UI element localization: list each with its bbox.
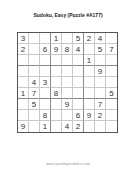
sudoku-cell	[51, 77, 62, 88]
sudoku-cell	[40, 33, 51, 44]
sudoku-cell	[40, 66, 51, 77]
sudoku-cell: 5	[106, 88, 117, 99]
sudoku-cell: 9	[84, 110, 95, 121]
sudoku-cell: 6	[73, 110, 84, 121]
sudoku-cell	[51, 55, 62, 66]
sudoku-cell	[29, 121, 40, 132]
sudoku-cell	[18, 110, 29, 121]
sudoku-cell	[95, 55, 106, 66]
sudoku-cell: 9	[18, 121, 29, 132]
sudoku-cell	[106, 99, 117, 110]
sudoku-cell: 9	[51, 44, 62, 55]
sudoku-cell	[84, 66, 95, 77]
sudoku-cell: 8	[51, 88, 62, 99]
sudoku-cell	[40, 55, 51, 66]
sudoku-cell	[29, 44, 40, 55]
sudoku-cell: 4	[29, 77, 40, 88]
sudoku-cell	[18, 55, 29, 66]
sudoku-cell: 7	[29, 88, 40, 99]
sudoku-cell	[84, 77, 95, 88]
printable-sudoku-page: { "game": "sudoku", "position": "3..1.52…	[0, 0, 136, 176]
sudoku-cell	[29, 110, 40, 121]
sudoku-cell: 2	[95, 110, 106, 121]
sudoku-cell: 2	[73, 121, 84, 132]
sudoku-cell	[73, 77, 84, 88]
sudoku-cell: 1	[40, 121, 51, 132]
sudoku-cell: 4	[62, 121, 73, 132]
sudoku-cell	[62, 33, 73, 44]
sudoku-cell: 5	[73, 33, 84, 44]
sudoku-cell	[18, 99, 29, 110]
sudoku-cell: 4	[95, 33, 106, 44]
sudoku-cell	[95, 77, 106, 88]
sudoku-cell	[51, 66, 62, 77]
sudoku-cell	[29, 66, 40, 77]
sudoku-cell	[84, 99, 95, 110]
sudoku-cell	[73, 99, 84, 110]
sudoku-cell	[106, 66, 117, 77]
sudoku-cell	[62, 66, 73, 77]
sudoku-cell	[29, 55, 40, 66]
sudoku-cell: 7	[106, 44, 117, 55]
sudoku-cell	[106, 77, 117, 88]
sudoku-cell: 5	[29, 99, 40, 110]
sudoku-cell	[51, 99, 62, 110]
sudoku-cell	[62, 77, 73, 88]
sudoku-cell	[73, 66, 84, 77]
sudoku-cell: 2	[18, 44, 29, 55]
sudoku-cell	[18, 77, 29, 88]
sudoku-cell	[106, 110, 117, 121]
sudoku-cell: 6	[40, 44, 51, 55]
sudoku-cell: 4	[73, 44, 84, 55]
sudoku-cell	[73, 88, 84, 99]
sudoku-cell	[62, 88, 73, 99]
sudoku-cell	[73, 55, 84, 66]
sudoku-grid: 3152426984571943178559786929142	[17, 32, 118, 133]
sudoku-cell	[62, 110, 73, 121]
sudoku-cell	[51, 110, 62, 121]
sudoku-cell	[40, 88, 51, 99]
sudoku-cell	[29, 33, 40, 44]
sudoku-cell: 9	[62, 99, 73, 110]
page-title: Sudoku, Easy (Puzzle #A177)	[0, 12, 136, 18]
page-footer-url: www.printmysudoku.com	[0, 161, 136, 166]
sudoku-cell	[62, 55, 73, 66]
sudoku-cell: 8	[62, 44, 73, 55]
sudoku-cell: 1	[51, 33, 62, 44]
sudoku-cell	[84, 88, 95, 99]
sudoku-cell: 5	[95, 44, 106, 55]
sudoku-cell	[106, 121, 117, 132]
sudoku-cell	[84, 121, 95, 132]
sudoku-cell	[84, 44, 95, 55]
sudoku-cell	[18, 66, 29, 77]
sudoku-cell	[95, 121, 106, 132]
sudoku-cell: 2	[84, 33, 95, 44]
sudoku-cell: 7	[95, 99, 106, 110]
sudoku-cell: 9	[95, 66, 106, 77]
sudoku-cell: 8	[40, 110, 51, 121]
sudoku-cell: 1	[84, 55, 95, 66]
sudoku-cell: 3	[18, 33, 29, 44]
sudoku-cell	[106, 33, 117, 44]
sudoku-cell: 3	[40, 77, 51, 88]
sudoku-cell	[95, 88, 106, 99]
sudoku-cell	[40, 99, 51, 110]
sudoku-cell: 1	[18, 88, 29, 99]
sudoku-cell	[106, 55, 117, 66]
sudoku-cell	[51, 121, 62, 132]
